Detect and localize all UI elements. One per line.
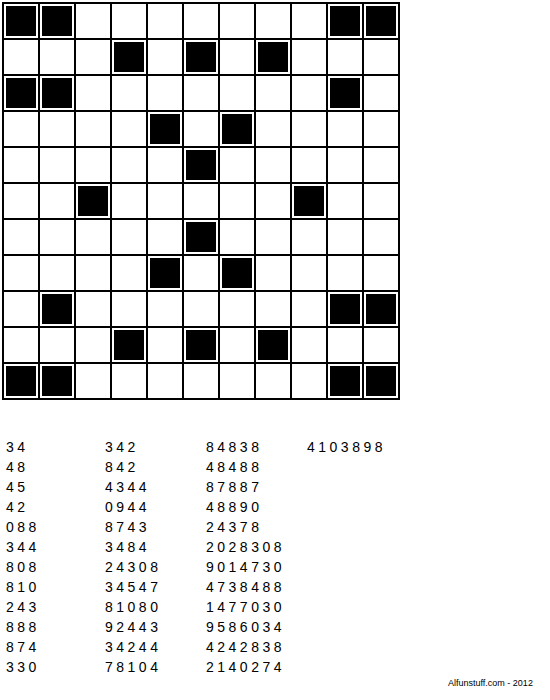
- white-cell[interactable]: [40, 256, 74, 290]
- white-cell[interactable]: [256, 184, 290, 218]
- white-cell[interactable]: [328, 220, 362, 254]
- fill-in-puzzle-page: 3448454208834480881024388887433034284243…: [0, 0, 550, 700]
- white-cell[interactable]: [292, 112, 326, 146]
- fill-in-grid: [2, 2, 400, 400]
- number-entry: 34547: [105, 577, 161, 597]
- number-entry: 24378: [206, 517, 285, 537]
- white-cell[interactable]: [256, 4, 290, 38]
- white-cell[interactable]: [184, 184, 218, 218]
- number-entry: 4738488: [206, 577, 285, 597]
- number-entry: 808: [6, 557, 40, 577]
- white-cell[interactable]: [292, 328, 326, 362]
- black-cell: [4, 76, 38, 110]
- number-entry: 4242838: [206, 637, 285, 657]
- number-entry: 34244: [105, 637, 161, 657]
- white-cell[interactable]: [364, 328, 398, 362]
- white-cell[interactable]: [4, 112, 38, 146]
- white-cell[interactable]: [184, 112, 218, 146]
- black-cell: [292, 184, 326, 218]
- white-cell[interactable]: [364, 76, 398, 110]
- number-entry: 888: [6, 617, 40, 637]
- white-cell[interactable]: [292, 364, 326, 398]
- white-cell[interactable]: [328, 40, 362, 74]
- white-cell[interactable]: [256, 112, 290, 146]
- black-cell: [184, 148, 218, 182]
- number-list-column-3: 8483848488878874889024378202830890147304…: [206, 437, 285, 677]
- white-cell[interactable]: [4, 256, 38, 290]
- black-cell: [184, 328, 218, 362]
- white-cell[interactable]: [40, 112, 74, 146]
- number-entry: 92443: [105, 617, 161, 637]
- black-cell: [112, 40, 146, 74]
- white-cell[interactable]: [364, 40, 398, 74]
- white-cell[interactable]: [256, 292, 290, 326]
- number-entry: 1477030: [206, 597, 285, 617]
- white-cell[interactable]: [256, 364, 290, 398]
- number-entry: 243: [6, 597, 40, 617]
- number-entry: 48890: [206, 497, 285, 517]
- white-cell[interactable]: [112, 112, 146, 146]
- black-cell: [220, 112, 254, 146]
- black-cell: [112, 328, 146, 362]
- white-cell[interactable]: [148, 76, 182, 110]
- black-cell: [220, 256, 254, 290]
- number-entry: 81080: [105, 597, 161, 617]
- black-cell: [256, 40, 290, 74]
- white-cell[interactable]: [40, 184, 74, 218]
- number-entry: 84838: [206, 437, 285, 457]
- white-cell[interactable]: [220, 292, 254, 326]
- white-cell[interactable]: [112, 364, 146, 398]
- number-entry: 330: [6, 657, 40, 677]
- black-cell: [148, 256, 182, 290]
- number-entry: 0944: [105, 497, 161, 517]
- black-cell: [40, 292, 74, 326]
- white-cell[interactable]: [292, 40, 326, 74]
- white-cell[interactable]: [112, 184, 146, 218]
- white-cell[interactable]: [328, 256, 362, 290]
- white-cell[interactable]: [292, 256, 326, 290]
- number-entry: 8743: [105, 517, 161, 537]
- number-entry: 874: [6, 637, 40, 657]
- white-cell[interactable]: [76, 4, 110, 38]
- white-cell[interactable]: [256, 220, 290, 254]
- number-entry: 4103898: [307, 437, 386, 457]
- white-cell[interactable]: [148, 148, 182, 182]
- number-entry: 78104: [105, 657, 161, 677]
- white-cell[interactable]: [220, 364, 254, 398]
- black-cell: [328, 364, 362, 398]
- white-cell[interactable]: [148, 184, 182, 218]
- white-cell[interactable]: [112, 148, 146, 182]
- white-cell[interactable]: [148, 328, 182, 362]
- white-cell[interactable]: [364, 112, 398, 146]
- white-cell[interactable]: [256, 148, 290, 182]
- white-cell[interactable]: [40, 220, 74, 254]
- white-cell[interactable]: [220, 184, 254, 218]
- number-entry: 4344: [105, 477, 161, 497]
- white-cell[interactable]: [292, 220, 326, 254]
- white-cell[interactable]: [328, 184, 362, 218]
- white-cell[interactable]: [256, 256, 290, 290]
- number-entry: 87887: [206, 477, 285, 497]
- black-cell: [40, 76, 74, 110]
- white-cell[interactable]: [76, 220, 110, 254]
- number-entry: 342: [105, 437, 161, 457]
- number-entry: 48488: [206, 457, 285, 477]
- white-cell[interactable]: [184, 76, 218, 110]
- white-cell[interactable]: [328, 112, 362, 146]
- white-cell[interactable]: [112, 256, 146, 290]
- white-cell[interactable]: [112, 220, 146, 254]
- number-entry: 810: [6, 577, 40, 597]
- white-cell[interactable]: [4, 148, 38, 182]
- number-entry: 9586034: [206, 617, 285, 637]
- number-entry: 088: [6, 517, 40, 537]
- black-cell: [256, 328, 290, 362]
- number-list-column-2: 3428424344094487433484243083454781080924…: [105, 437, 161, 677]
- white-cell[interactable]: [76, 40, 110, 74]
- white-cell[interactable]: [328, 148, 362, 182]
- white-cell[interactable]: [4, 292, 38, 326]
- white-cell[interactable]: [4, 220, 38, 254]
- white-cell[interactable]: [112, 76, 146, 110]
- white-cell[interactable]: [76, 328, 110, 362]
- number-entry: 34: [6, 437, 40, 457]
- black-cell: [4, 4, 38, 38]
- number-entry: 842: [105, 457, 161, 477]
- black-cell: [4, 364, 38, 398]
- white-cell[interactable]: [76, 76, 110, 110]
- number-entry: 344: [6, 537, 40, 557]
- white-cell[interactable]: [148, 4, 182, 38]
- black-cell: [328, 76, 362, 110]
- white-cell[interactable]: [364, 256, 398, 290]
- white-cell[interactable]: [4, 40, 38, 74]
- white-cell[interactable]: [4, 184, 38, 218]
- number-entry: 42: [6, 497, 40, 517]
- number-entry: 2140274: [206, 657, 285, 677]
- white-cell[interactable]: [220, 4, 254, 38]
- white-cell[interactable]: [220, 220, 254, 254]
- number-list-column-1: 34484542088344808810243888874330: [6, 437, 40, 677]
- black-cell: [40, 364, 74, 398]
- white-cell[interactable]: [220, 328, 254, 362]
- white-cell[interactable]: [292, 292, 326, 326]
- white-cell[interactable]: [4, 328, 38, 362]
- black-cell: [76, 184, 110, 218]
- white-cell[interactable]: [76, 112, 110, 146]
- white-cell[interactable]: [292, 4, 326, 38]
- white-cell[interactable]: [76, 292, 110, 326]
- number-entry: 48: [6, 457, 40, 477]
- white-cell[interactable]: [256, 76, 290, 110]
- white-cell[interactable]: [40, 40, 74, 74]
- white-cell[interactable]: [220, 148, 254, 182]
- black-cell: [184, 220, 218, 254]
- black-cell: [184, 40, 218, 74]
- white-cell[interactable]: [40, 328, 74, 362]
- white-cell[interactable]: [112, 292, 146, 326]
- number-entry: 3484: [105, 537, 161, 557]
- white-cell[interactable]: [184, 4, 218, 38]
- black-cell: [364, 364, 398, 398]
- white-cell[interactable]: [364, 184, 398, 218]
- black-cell: [40, 4, 74, 38]
- white-cell[interactable]: [148, 292, 182, 326]
- white-cell[interactable]: [292, 76, 326, 110]
- white-cell[interactable]: [148, 220, 182, 254]
- number-entry: 9014730: [206, 557, 285, 577]
- white-cell[interactable]: [184, 256, 218, 290]
- white-cell[interactable]: [148, 40, 182, 74]
- white-cell[interactable]: [112, 4, 146, 38]
- black-cell: [328, 292, 362, 326]
- white-cell[interactable]: [148, 364, 182, 398]
- white-cell[interactable]: [184, 364, 218, 398]
- number-entry: 2028308: [206, 537, 285, 557]
- number-entry: 45: [6, 477, 40, 497]
- white-cell[interactable]: [364, 148, 398, 182]
- white-cell[interactable]: [184, 292, 218, 326]
- white-cell[interactable]: [40, 148, 74, 182]
- number-entry: 24308: [105, 557, 161, 577]
- black-cell: [364, 292, 398, 326]
- white-cell[interactable]: [76, 148, 110, 182]
- white-cell[interactable]: [220, 76, 254, 110]
- white-cell[interactable]: [292, 148, 326, 182]
- number-list-column-4: 4103898: [307, 437, 386, 457]
- white-cell[interactable]: [220, 40, 254, 74]
- white-cell[interactable]: [76, 256, 110, 290]
- white-cell[interactable]: [364, 220, 398, 254]
- black-cell: [364, 4, 398, 38]
- white-cell[interactable]: [76, 364, 110, 398]
- black-cell: [328, 4, 362, 38]
- white-cell[interactable]: [328, 328, 362, 362]
- black-cell: [148, 112, 182, 146]
- credit-text: Alfunstuff.com - 2012: [448, 678, 533, 688]
